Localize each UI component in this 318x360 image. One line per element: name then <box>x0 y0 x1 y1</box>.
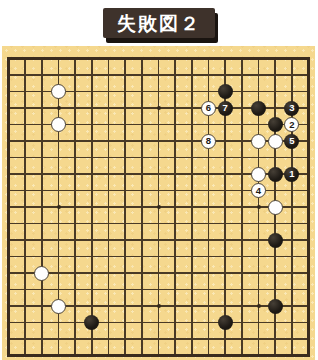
stone-white-4-5 <box>51 117 66 132</box>
stone-white-move-8-13-6: 8 <box>201 134 216 149</box>
go-board-panel: 12345678 <box>2 46 315 360</box>
stone-black-16-4 <box>251 101 266 116</box>
grid-line-vertical <box>191 60 193 354</box>
grid-line-vertical <box>174 60 176 354</box>
stone-white-16-8 <box>251 167 266 182</box>
star-point <box>57 205 61 209</box>
star-point <box>157 205 161 209</box>
diagram-title: 失敗図２ <box>103 8 215 38</box>
stone-black-6-17 <box>84 315 99 330</box>
stone-white-16-6 <box>251 134 266 149</box>
stone-black-move-1-18-8: 1 <box>284 167 299 182</box>
grid-line-horizontal <box>10 223 307 225</box>
grid-line-horizontal <box>10 239 307 241</box>
grid-line-horizontal <box>10 322 307 324</box>
diagram-page: 失敗図２ 12345678 <box>0 0 318 360</box>
star-point <box>257 304 261 308</box>
stone-black-move-3-18-4: 3 <box>284 101 299 116</box>
stone-black-17-16 <box>268 299 283 314</box>
stone-black-17-8 <box>268 167 283 182</box>
stone-white-17-6 <box>268 134 283 149</box>
stone-black-17-5 <box>268 117 283 132</box>
grid-line-horizontal <box>10 272 307 274</box>
star-point <box>57 106 61 110</box>
grid-line-horizontal <box>10 256 307 258</box>
star-point <box>157 106 161 110</box>
stone-black-14-3 <box>218 84 233 99</box>
stone-white-move-4-16-9: 4 <box>251 183 266 198</box>
stone-white-4-16 <box>51 299 66 314</box>
stone-white-3-14 <box>34 266 49 281</box>
star-point <box>257 205 261 209</box>
stone-black-14-17 <box>218 315 233 330</box>
stone-white-move-2-18-5: 2 <box>284 117 299 132</box>
grid-line-vertical <box>241 60 243 354</box>
grid-line-horizontal <box>10 338 307 340</box>
star-point <box>157 304 161 308</box>
stone-black-move-5-18-6: 5 <box>284 134 299 149</box>
stone-white-4-3 <box>51 84 66 99</box>
stone-black-17-12 <box>268 233 283 248</box>
stone-white-17-10 <box>268 200 283 215</box>
grid-line-horizontal <box>10 289 307 291</box>
goban-grid: 12345678 <box>7 57 310 357</box>
stone-white-move-6-13-4: 6 <box>201 101 216 116</box>
stone-black-move-7-14-4: 7 <box>218 101 233 116</box>
